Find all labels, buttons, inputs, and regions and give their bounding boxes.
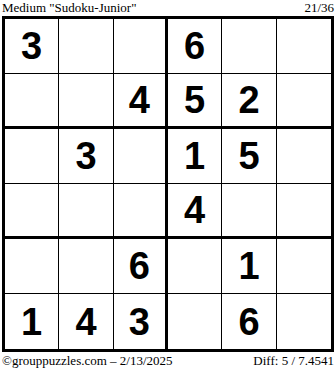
cell-r6c6[interactable] bbox=[277, 294, 331, 349]
cell-r1c1[interactable]: 3 bbox=[5, 19, 59, 74]
puzzle-page: Medium "Sudoku-Junior" 21/36 36452315461… bbox=[0, 0, 336, 370]
cell-r6c2[interactable]: 4 bbox=[59, 294, 113, 349]
cell-r1c5[interactable] bbox=[222, 19, 276, 74]
cell-r5c3[interactable]: 6 bbox=[114, 239, 168, 294]
copyright-date: ©grouppuzzles.com – 2/13/2025 bbox=[2, 354, 173, 368]
cell-r3c5[interactable]: 5 bbox=[222, 129, 276, 184]
cell-r4c6[interactable] bbox=[277, 184, 331, 239]
cell-r4c1[interactable] bbox=[5, 184, 59, 239]
cell-r2c5[interactable]: 2 bbox=[222, 74, 276, 129]
header: Medium "Sudoku-Junior" 21/36 bbox=[2, 1, 334, 15]
cell-r6c4[interactable] bbox=[168, 294, 222, 349]
cell-r3c1[interactable] bbox=[5, 129, 59, 184]
cell-r2c3[interactable]: 4 bbox=[114, 74, 168, 129]
cell-r3c2[interactable]: 3 bbox=[59, 129, 113, 184]
cell-r6c1[interactable]: 1 bbox=[5, 294, 59, 349]
cell-r1c2[interactable] bbox=[59, 19, 113, 74]
difficulty-rating: Diff: 5 / 7.4541 bbox=[253, 354, 334, 368]
empty-cell-counter: 21/36 bbox=[304, 1, 334, 15]
cell-r3c4[interactable]: 1 bbox=[168, 129, 222, 184]
cell-r5c1[interactable] bbox=[5, 239, 59, 294]
cell-r2c2[interactable] bbox=[59, 74, 113, 129]
cell-r5c4[interactable] bbox=[168, 239, 222, 294]
cell-r4c3[interactable] bbox=[114, 184, 168, 239]
cell-r1c3[interactable] bbox=[114, 19, 168, 74]
cell-r3c6[interactable] bbox=[277, 129, 331, 184]
cell-r6c3[interactable]: 3 bbox=[114, 294, 168, 349]
cell-r2c6[interactable] bbox=[277, 74, 331, 129]
cell-r5c2[interactable] bbox=[59, 239, 113, 294]
cell-r2c4[interactable]: 5 bbox=[168, 74, 222, 129]
footer: ©grouppuzzles.com – 2/13/2025 Diff: 5 / … bbox=[2, 354, 334, 368]
cell-r4c5[interactable] bbox=[222, 184, 276, 239]
sudoku-board: 364523154611436 bbox=[2, 16, 334, 352]
cell-r4c2[interactable] bbox=[59, 184, 113, 239]
cell-r4c4[interactable]: 4 bbox=[168, 184, 222, 239]
cell-r1c6[interactable] bbox=[277, 19, 331, 74]
puzzle-title: Medium "Sudoku-Junior" bbox=[2, 1, 136, 15]
cell-r2c1[interactable] bbox=[5, 74, 59, 129]
cell-r5c6[interactable] bbox=[277, 239, 331, 294]
cell-r5c5[interactable]: 1 bbox=[222, 239, 276, 294]
cell-r3c3[interactable] bbox=[114, 129, 168, 184]
cell-r6c5[interactable]: 6 bbox=[222, 294, 276, 349]
cell-r1c4[interactable]: 6 bbox=[168, 19, 222, 74]
